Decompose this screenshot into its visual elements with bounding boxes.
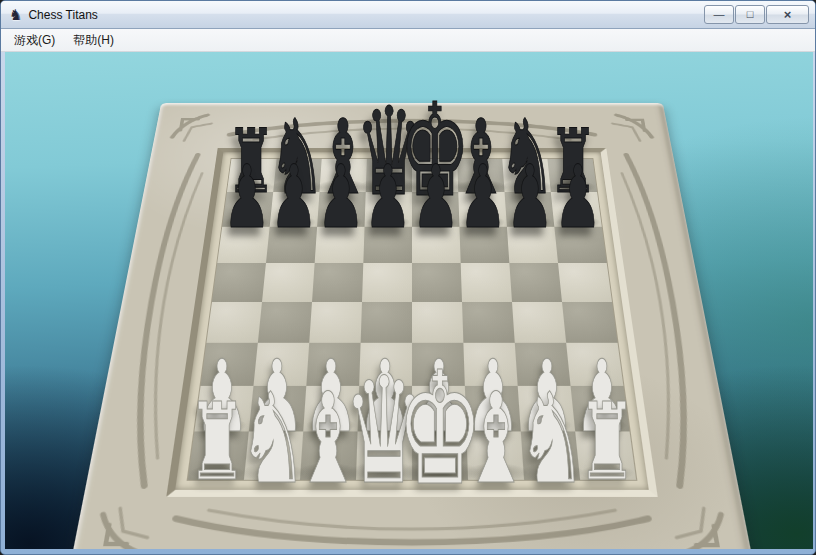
square-h4[interactable] — [562, 302, 618, 343]
close-button[interactable]: × — [766, 5, 809, 24]
piece-black-pawn[interactable]: ♟ — [364, 154, 412, 241]
square-d5[interactable] — [362, 263, 412, 302]
piece-black-pawn[interactable]: ♟ — [459, 154, 507, 241]
menu-game[interactable]: 游戏(G) — [5, 29, 64, 52]
square-c4[interactable] — [309, 302, 362, 343]
piece-black-pawn[interactable]: ♟ — [411, 154, 459, 241]
square-b5[interactable] — [262, 263, 315, 302]
square-f4[interactable] — [462, 302, 515, 343]
piece-black-pawn[interactable]: ♟ — [317, 154, 365, 241]
menu-bar: 游戏(G) 帮助(H) — [1, 29, 815, 52]
app-window: ♞ Chess Titans — □ × 游戏(G) 帮助(H) — [0, 0, 816, 555]
square-c5[interactable] — [312, 263, 363, 302]
square-b4[interactable] — [258, 302, 312, 343]
piece-black-pawn[interactable]: ♟ — [270, 154, 318, 241]
menu-help[interactable]: 帮助(H) — [64, 29, 123, 52]
window-title: Chess Titans — [28, 8, 97, 22]
title-bar[interactable]: ♞ Chess Titans — □ × — [1, 1, 815, 29]
piece-white-knight[interactable]: ♞ — [517, 375, 586, 500]
piece-black-pawn[interactable]: ♟ — [506, 154, 554, 241]
square-d4[interactable] — [361, 302, 412, 343]
square-g4[interactable] — [512, 302, 566, 343]
square-g5[interactable] — [509, 263, 562, 302]
knight-icon: ♞ — [9, 7, 22, 22]
maximize-button[interactable]: □ — [735, 5, 765, 24]
game-viewport: ♜♞♝♛♚♝♞♜♟♟♟♟♟♟♟♟♟♟♟♟♟♟♟♟♜♞♝♛♚♝♞♜ — [5, 52, 813, 549]
square-a5[interactable] — [212, 263, 266, 302]
square-h5[interactable] — [558, 263, 612, 302]
window-controls: — □ × — [704, 5, 809, 24]
square-f5[interactable] — [461, 263, 512, 302]
piece-black-pawn[interactable]: ♟ — [222, 154, 270, 241]
square-e5[interactable] — [412, 263, 462, 302]
piece-black-pawn[interactable]: ♟ — [553, 154, 601, 241]
minimize-button[interactable]: — — [704, 5, 734, 24]
square-e4[interactable] — [412, 302, 463, 343]
piece-white-rook[interactable]: ♜ — [578, 389, 638, 496]
square-a4[interactable] — [206, 302, 262, 343]
